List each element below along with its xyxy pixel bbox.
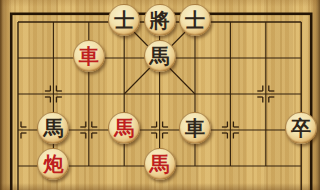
piece-layer: 士將士車馬馬馬車卒炮馬 <box>0 4 319 184</box>
piece-black-soldier[interactable]: 卒 <box>285 112 317 144</box>
piece-black-general[interactable]: 將 <box>144 4 176 36</box>
xiangqi-board: 士將士車馬馬馬車卒炮馬 <box>0 0 320 190</box>
piece-red-cannon[interactable]: 炮 <box>37 148 69 180</box>
piece-red-chariot[interactable]: 車 <box>73 40 105 72</box>
piece-red-horse[interactable]: 馬 <box>144 148 176 180</box>
piece-black-advisor[interactable]: 士 <box>108 4 140 36</box>
piece-black-horse[interactable]: 馬 <box>144 40 176 72</box>
piece-black-horse[interactable]: 馬 <box>37 112 69 144</box>
piece-black-advisor[interactable]: 士 <box>179 4 211 36</box>
piece-black-chariot[interactable]: 車 <box>179 112 211 144</box>
piece-red-horse[interactable]: 馬 <box>108 112 140 144</box>
